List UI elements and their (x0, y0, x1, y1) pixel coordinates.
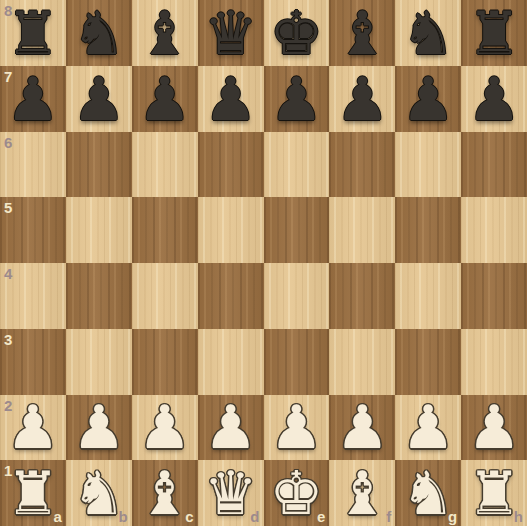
square-f7[interactable]: ♟ (329, 66, 395, 132)
square-e2[interactable]: ♟ (264, 395, 330, 461)
piece-white-pawn[interactable]: ♟ (132, 395, 198, 461)
piece-black-pawn[interactable]: ♟ (0, 66, 66, 132)
square-d3[interactable] (198, 329, 264, 395)
square-c2[interactable]: ♟ (132, 395, 198, 461)
square-g7[interactable]: ♟ (395, 66, 461, 132)
piece-white-queen[interactable]: ♛ (198, 460, 264, 526)
square-b7[interactable]: ♟ (66, 66, 132, 132)
square-c5[interactable] (132, 197, 198, 263)
square-h5[interactable] (461, 197, 527, 263)
square-e4[interactable] (264, 263, 330, 329)
square-g2[interactable]: ♟ (395, 395, 461, 461)
square-b4[interactable] (66, 263, 132, 329)
piece-black-rook[interactable]: ♜ (0, 0, 66, 66)
square-h4[interactable] (461, 263, 527, 329)
piece-black-pawn[interactable]: ♟ (66, 66, 132, 132)
piece-black-bishop[interactable]: ♝ (132, 0, 198, 66)
square-f3[interactable] (329, 329, 395, 395)
square-f8[interactable]: ♝ (329, 0, 395, 66)
piece-white-pawn[interactable]: ♟ (329, 395, 395, 461)
square-e5[interactable] (264, 197, 330, 263)
square-g4[interactable] (395, 263, 461, 329)
square-g8[interactable]: ♞ (395, 0, 461, 66)
square-a5[interactable]: 5 (0, 197, 66, 263)
square-a7[interactable]: 7♟ (0, 66, 66, 132)
square-b3[interactable] (66, 329, 132, 395)
piece-white-bishop[interactable]: ♝ (329, 460, 395, 526)
piece-black-pawn[interactable]: ♟ (132, 66, 198, 132)
square-h8[interactable]: ♜ (461, 0, 527, 66)
square-b2[interactable]: ♟ (66, 395, 132, 461)
square-d1[interactable]: d♛ (198, 460, 264, 526)
piece-black-queen[interactable]: ♛ (198, 0, 264, 66)
square-e3[interactable] (264, 329, 330, 395)
square-a2[interactable]: 2♟ (0, 395, 66, 461)
rank-label-3: 3 (4, 332, 12, 347)
square-h7[interactable]: ♟ (461, 66, 527, 132)
square-d5[interactable] (198, 197, 264, 263)
rank-label-6: 6 (4, 135, 12, 150)
piece-black-pawn[interactable]: ♟ (198, 66, 264, 132)
square-d2[interactable]: ♟ (198, 395, 264, 461)
square-a6[interactable]: 6 (0, 132, 66, 198)
square-d6[interactable] (198, 132, 264, 198)
square-f2[interactable]: ♟ (329, 395, 395, 461)
piece-white-pawn[interactable]: ♟ (395, 395, 461, 461)
square-d8[interactable]: ♛ (198, 0, 264, 66)
piece-white-pawn[interactable]: ♟ (66, 395, 132, 461)
square-f4[interactable] (329, 263, 395, 329)
piece-black-pawn[interactable]: ♟ (395, 66, 461, 132)
square-c4[interactable] (132, 263, 198, 329)
square-h6[interactable] (461, 132, 527, 198)
square-f1[interactable]: f♝ (329, 460, 395, 526)
piece-white-knight[interactable]: ♞ (66, 460, 132, 526)
piece-black-pawn[interactable]: ♟ (264, 66, 330, 132)
square-h2[interactable]: ♟ (461, 395, 527, 461)
square-g3[interactable] (395, 329, 461, 395)
piece-black-pawn[interactable]: ♟ (329, 66, 395, 132)
square-c6[interactable] (132, 132, 198, 198)
square-b8[interactable]: ♞ (66, 0, 132, 66)
square-g6[interactable] (395, 132, 461, 198)
square-f6[interactable] (329, 132, 395, 198)
square-a4[interactable]: 4 (0, 263, 66, 329)
piece-black-knight[interactable]: ♞ (395, 0, 461, 66)
square-g5[interactable] (395, 197, 461, 263)
square-e8[interactable]: ♚ (264, 0, 330, 66)
rank-label-4: 4 (4, 266, 12, 281)
square-h3[interactable] (461, 329, 527, 395)
piece-black-king[interactable]: ♚ (264, 0, 330, 66)
rank-label-5: 5 (4, 200, 12, 215)
piece-white-bishop[interactable]: ♝ (132, 460, 198, 526)
square-e1[interactable]: e♚ (264, 460, 330, 526)
piece-black-pawn[interactable]: ♟ (461, 66, 527, 132)
square-c3[interactable] (132, 329, 198, 395)
piece-white-pawn[interactable]: ♟ (461, 395, 527, 461)
piece-white-rook[interactable]: ♜ (461, 460, 527, 526)
piece-black-knight[interactable]: ♞ (66, 0, 132, 66)
square-d7[interactable]: ♟ (198, 66, 264, 132)
chess-board: 8♜♞♝♛♚♝♞♜7♟♟♟♟♟♟♟♟65432♟♟♟♟♟♟♟♟1a♜b♞c♝d♛… (0, 0, 527, 526)
piece-white-rook[interactable]: ♜ (0, 460, 66, 526)
square-e7[interactable]: ♟ (264, 66, 330, 132)
piece-black-bishop[interactable]: ♝ (329, 0, 395, 66)
square-c1[interactable]: c♝ (132, 460, 198, 526)
square-a8[interactable]: 8♜ (0, 0, 66, 66)
piece-black-rook[interactable]: ♜ (461, 0, 527, 66)
square-a1[interactable]: 1a♜ (0, 460, 66, 526)
square-d4[interactable] (198, 263, 264, 329)
piece-white-pawn[interactable]: ♟ (0, 395, 66, 461)
square-g1[interactable]: g♞ (395, 460, 461, 526)
square-b5[interactable] (66, 197, 132, 263)
square-a3[interactable]: 3 (0, 329, 66, 395)
square-e6[interactable] (264, 132, 330, 198)
square-b6[interactable] (66, 132, 132, 198)
piece-white-king[interactable]: ♚ (264, 460, 330, 526)
piece-white-pawn[interactable]: ♟ (198, 395, 264, 461)
square-c7[interactable]: ♟ (132, 66, 198, 132)
square-f5[interactable] (329, 197, 395, 263)
piece-white-pawn[interactable]: ♟ (264, 395, 330, 461)
square-c8[interactable]: ♝ (132, 0, 198, 66)
piece-white-knight[interactable]: ♞ (395, 460, 461, 526)
square-h1[interactable]: h♜ (461, 460, 527, 526)
square-b1[interactable]: b♞ (66, 460, 132, 526)
